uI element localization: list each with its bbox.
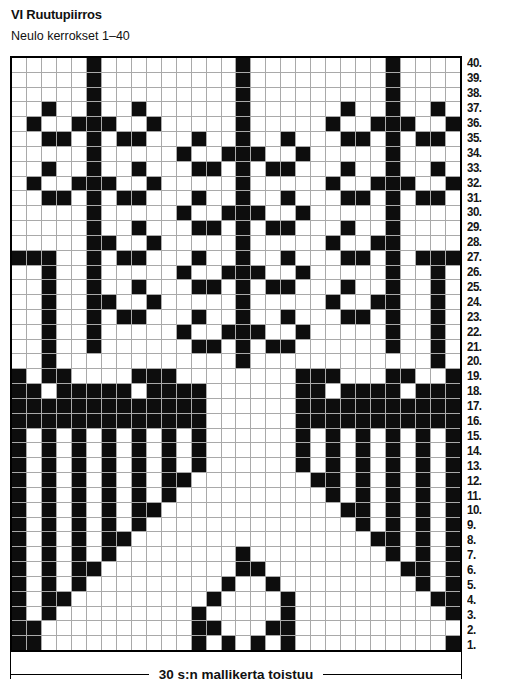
cell-r16c9	[132, 414, 146, 428]
cell-r29c27	[401, 221, 415, 235]
cell-r4c21	[311, 592, 325, 606]
cell-r7c17	[251, 547, 265, 561]
cell-r10c1	[12, 503, 26, 517]
cell-r9c3	[42, 518, 56, 532]
cell-r19c3	[42, 369, 56, 383]
cell-r36c21	[311, 117, 325, 131]
cell-r32c6	[87, 177, 101, 191]
cell-r6c6	[87, 562, 101, 576]
cell-r14c29	[431, 443, 445, 457]
cell-r35c11	[162, 132, 176, 146]
cell-r29c24	[356, 221, 370, 235]
cell-r14c28	[416, 443, 430, 457]
cell-r15c7	[102, 429, 116, 443]
cell-r40c2	[27, 58, 41, 72]
row-label-1: 1.	[467, 637, 504, 652]
cell-r18c25	[371, 384, 385, 398]
cell-r13c19	[281, 458, 295, 472]
cell-r35c13	[192, 132, 206, 146]
cell-r6c1	[12, 562, 26, 576]
cell-r31c24	[356, 191, 370, 205]
cell-r22c11	[162, 325, 176, 339]
cell-r14c16	[236, 443, 250, 457]
row-label-30: 30.	[467, 205, 504, 220]
cell-r13c4	[57, 458, 71, 472]
cell-r19c19	[281, 369, 295, 383]
cell-r1c14	[207, 636, 221, 650]
cell-r22c23	[341, 325, 355, 339]
cell-r39c18	[266, 73, 280, 87]
cell-r21c11	[162, 340, 176, 354]
cell-r3c18	[266, 607, 280, 621]
cell-r32c30	[446, 177, 460, 191]
cell-r34c28	[416, 147, 430, 161]
cell-r14c18	[266, 443, 280, 457]
cell-r29c9	[132, 221, 146, 235]
row-label-31: 31.	[467, 190, 504, 205]
cell-r1c24	[356, 636, 370, 650]
cell-r7c13	[192, 547, 206, 561]
cell-r23c1	[12, 310, 26, 324]
cell-r5c17	[251, 577, 265, 591]
cell-r26c16	[236, 266, 250, 280]
cell-r22c2	[27, 325, 41, 339]
cell-r24c22	[326, 295, 340, 309]
cell-r17c30	[446, 399, 460, 413]
cell-r35c7	[102, 132, 116, 146]
cell-r22c28	[416, 325, 430, 339]
repeat-bracket: 30 s:n mallikerta toistuu	[10, 652, 462, 679]
cell-r27c12	[177, 251, 191, 265]
cell-r19c27	[401, 369, 415, 383]
cell-r7c12	[177, 547, 191, 561]
cell-r35c5	[72, 132, 86, 146]
cell-r14c17	[251, 443, 265, 457]
cell-r24c30	[446, 295, 460, 309]
cell-r24c27	[401, 295, 415, 309]
cell-r6c24	[356, 562, 370, 576]
cell-r4c18	[266, 592, 280, 606]
cell-r3c13	[192, 607, 206, 621]
cell-r25c27	[401, 280, 415, 294]
cell-r26c17	[251, 266, 265, 280]
cell-r1c1	[12, 636, 26, 650]
cell-r25c4	[57, 280, 71, 294]
cell-r10c2	[27, 503, 41, 517]
cell-r12c10	[147, 473, 161, 487]
cell-r17c17	[251, 399, 265, 413]
cell-r25c2	[27, 280, 41, 294]
cell-r18c17	[251, 384, 265, 398]
cell-r34c3	[42, 147, 56, 161]
cell-r37c12	[177, 102, 191, 116]
cell-r16c6	[87, 414, 101, 428]
cell-r20c21	[311, 354, 325, 368]
cell-r32c13	[192, 177, 206, 191]
cell-r34c29	[431, 147, 445, 161]
cell-r37c6	[87, 102, 101, 116]
cell-r30c18	[266, 206, 280, 220]
cell-r27c21	[311, 251, 325, 265]
cell-r29c7	[102, 221, 116, 235]
cell-r35c8	[117, 132, 131, 146]
cell-r24c2	[27, 295, 41, 309]
cell-r40c25	[371, 58, 385, 72]
cell-r18c10	[147, 384, 161, 398]
cell-r36c6	[87, 117, 101, 131]
cell-r20c10	[147, 354, 161, 368]
cell-r2c18	[266, 621, 280, 635]
cell-r31c7	[102, 191, 116, 205]
cell-r9c16	[236, 518, 250, 532]
cell-r16c12	[177, 414, 191, 428]
cell-r31c23	[341, 191, 355, 205]
cell-r8c1	[12, 532, 26, 546]
cell-r5c11	[162, 577, 176, 591]
cell-r17c15	[222, 399, 236, 413]
cell-r12c27	[401, 473, 415, 487]
cell-r27c2	[27, 251, 41, 265]
cell-r1c18	[266, 636, 280, 650]
cell-r38c5	[72, 88, 86, 102]
cell-r30c1	[12, 206, 26, 220]
cell-r21c12	[177, 340, 191, 354]
cell-r21c23	[341, 340, 355, 354]
cell-r35c9	[132, 132, 146, 146]
cell-r9c1	[12, 518, 26, 532]
row-label-25: 25.	[467, 279, 504, 294]
cell-r14c12	[177, 443, 191, 457]
cell-r40c22	[326, 58, 340, 72]
cell-r37c29	[431, 102, 445, 116]
cell-r16c21	[311, 414, 325, 428]
cell-r2c27	[401, 621, 415, 635]
cell-r21c18	[266, 340, 280, 354]
cell-r37c5	[72, 102, 86, 116]
cell-r28c16	[236, 236, 250, 250]
cell-r18c3	[42, 384, 56, 398]
cell-r33c22	[326, 162, 340, 176]
cell-r6c3	[42, 562, 56, 576]
cell-r32c12	[177, 177, 191, 191]
cell-r2c25	[371, 621, 385, 635]
cell-r17c19	[281, 399, 295, 413]
cell-r16c15	[222, 414, 236, 428]
row-label-11: 11.	[467, 488, 504, 503]
cell-r19c11	[162, 369, 176, 383]
cell-r27c22	[326, 251, 340, 265]
cell-r1c11	[162, 636, 176, 650]
cell-r9c8	[117, 518, 131, 532]
cell-r16c2	[27, 414, 41, 428]
cell-r30c25	[371, 206, 385, 220]
cell-r20c7	[102, 354, 116, 368]
cell-r27c8	[117, 251, 131, 265]
cell-r34c25	[371, 147, 385, 161]
cell-r33c26	[386, 162, 400, 176]
cell-r35c20	[296, 132, 310, 146]
cell-r12c23	[341, 473, 355, 487]
cell-r24c3	[42, 295, 56, 309]
cell-r7c14	[207, 547, 221, 561]
cell-r32c4	[57, 177, 71, 191]
cell-r21c9	[132, 340, 146, 354]
cell-r20c2	[27, 354, 41, 368]
cell-r26c19	[281, 266, 295, 280]
cell-r40c9	[132, 58, 146, 72]
cell-r21c4	[57, 340, 71, 354]
cell-r15c16	[236, 429, 250, 443]
cell-r4c12	[177, 592, 191, 606]
cell-r37c8	[117, 102, 131, 116]
cell-r25c12	[177, 280, 191, 294]
cell-r32c26	[386, 177, 400, 191]
cell-r3c4	[57, 607, 71, 621]
row-label-18: 18.	[467, 384, 504, 399]
cell-r5c25	[371, 577, 385, 591]
cell-r37c21	[311, 102, 325, 116]
cell-r3c8	[117, 607, 131, 621]
cell-r7c24	[356, 547, 370, 561]
cell-r9c13	[192, 518, 206, 532]
cell-r22c1	[12, 325, 26, 339]
cell-r33c24	[356, 162, 370, 176]
cell-r35c17	[251, 132, 265, 146]
cell-r30c17	[251, 206, 265, 220]
cell-r25c3	[42, 280, 56, 294]
cell-r21c27	[401, 340, 415, 354]
cell-r2c9	[132, 621, 146, 635]
cell-r2c19	[281, 621, 295, 635]
cell-r18c29	[431, 384, 445, 398]
cell-r28c2	[27, 236, 41, 250]
cell-r39c29	[431, 73, 445, 87]
cell-r40c12	[177, 58, 191, 72]
cell-r38c19	[281, 88, 295, 102]
cell-r7c7	[102, 547, 116, 561]
cell-r7c28	[416, 547, 430, 561]
cell-r6c21	[311, 562, 325, 576]
cell-r25c1	[12, 280, 26, 294]
cell-r24c29	[431, 295, 445, 309]
cell-r6c7	[102, 562, 116, 576]
cell-r26c5	[72, 266, 86, 280]
cell-r3c30	[446, 607, 460, 621]
cell-r36c17	[251, 117, 265, 131]
cell-r4c14	[207, 592, 221, 606]
cell-r34c17	[251, 147, 265, 161]
cell-r21c17	[251, 340, 265, 354]
cell-r32c10	[147, 177, 161, 191]
cell-r38c15	[222, 88, 236, 102]
cell-r25c25	[371, 280, 385, 294]
row-label-33: 33.	[467, 160, 504, 175]
cell-r37c3	[42, 102, 56, 116]
cell-r15c25	[371, 429, 385, 443]
cell-r22c29	[431, 325, 445, 339]
cell-r36c5	[72, 117, 86, 131]
cell-r20c28	[416, 354, 430, 368]
cell-r11c1	[12, 488, 26, 502]
cell-r34c30	[446, 147, 460, 161]
cell-r4c28	[416, 592, 430, 606]
cell-r5c3	[42, 577, 56, 591]
cell-r28c1	[12, 236, 26, 250]
cell-r16c23	[341, 414, 355, 428]
cell-r10c24	[356, 503, 370, 517]
cell-r5c24	[356, 577, 370, 591]
cell-r37c20	[296, 102, 310, 116]
cell-r40c5	[72, 58, 86, 72]
cell-r32c27	[401, 177, 415, 191]
cell-r10c11	[162, 503, 176, 517]
cell-r21c6	[87, 340, 101, 354]
cell-r4c8	[117, 592, 131, 606]
cell-r26c29	[431, 266, 445, 280]
cell-r28c28	[416, 236, 430, 250]
cell-r25c23	[341, 280, 355, 294]
cell-r13c9	[132, 458, 146, 472]
row-label-40: 40.	[467, 56, 504, 71]
row-label-39: 39.	[467, 71, 504, 86]
cell-r12c19	[281, 473, 295, 487]
cell-r5c9	[132, 577, 146, 591]
cell-r10c27	[401, 503, 415, 517]
cell-r10c9	[132, 503, 146, 517]
cell-r1c15	[222, 636, 236, 650]
cell-r32c25	[371, 177, 385, 191]
cell-r33c23	[341, 162, 355, 176]
cell-r31c28	[416, 191, 430, 205]
cell-r6c5	[72, 562, 86, 576]
cell-r14c25	[371, 443, 385, 457]
cell-r11c23	[341, 488, 355, 502]
cell-r13c12	[177, 458, 191, 472]
cell-r33c3	[42, 162, 56, 176]
cell-r24c9	[132, 295, 146, 309]
cell-r4c4	[57, 592, 71, 606]
cell-r3c29	[431, 607, 445, 621]
cell-r28c3	[42, 236, 56, 250]
cell-r27c13	[192, 251, 206, 265]
cell-r29c6	[87, 221, 101, 235]
cell-r24c25	[371, 295, 385, 309]
cell-r8c11	[162, 532, 176, 546]
cell-r29c25	[371, 221, 385, 235]
row-label-15: 15.	[467, 428, 504, 443]
cell-r19c29	[431, 369, 445, 383]
cell-r38c7	[102, 88, 116, 102]
cell-r17c28	[416, 399, 430, 413]
cell-r14c23	[341, 443, 355, 457]
cell-r26c22	[326, 266, 340, 280]
cell-r14c3	[42, 443, 56, 457]
cell-r39c25	[371, 73, 385, 87]
cell-r19c26	[386, 369, 400, 383]
cell-r30c5	[72, 206, 86, 220]
cell-r31c2	[27, 191, 41, 205]
cell-r35c22	[326, 132, 340, 146]
cell-r12c1	[12, 473, 26, 487]
cell-r17c1	[12, 399, 26, 413]
cell-r35c4	[57, 132, 71, 146]
cell-r25c6	[87, 280, 101, 294]
chart-instruction: Neulo kerrokset 1–40	[11, 29, 130, 43]
cell-r8c24	[356, 532, 370, 546]
cell-r28c21	[311, 236, 325, 250]
cell-r22c26	[386, 325, 400, 339]
cell-r28c15	[222, 236, 236, 250]
cell-r17c3	[42, 399, 56, 413]
cell-r8c13	[192, 532, 206, 546]
cell-r18c19	[281, 384, 295, 398]
cell-r4c5	[72, 592, 86, 606]
cell-r13c2	[27, 458, 41, 472]
cell-r13c15	[222, 458, 236, 472]
cell-r33c19	[281, 162, 295, 176]
cell-r37c16	[236, 102, 250, 116]
cell-r23c17	[251, 310, 265, 324]
row-label-36: 36.	[467, 116, 504, 131]
cell-r28c20	[296, 236, 310, 250]
cell-r4c10	[147, 592, 161, 606]
cell-r39c3	[42, 73, 56, 87]
cell-r21c8	[117, 340, 131, 354]
cell-r18c15	[222, 384, 236, 398]
cell-r7c11	[162, 547, 176, 561]
cell-r2c23	[341, 621, 355, 635]
cell-r22c15	[222, 325, 236, 339]
cell-r33c15	[222, 162, 236, 176]
cell-r31c19	[281, 191, 295, 205]
cell-r2c10	[147, 621, 161, 635]
cell-r23c3	[42, 310, 56, 324]
cell-r27c25	[371, 251, 385, 265]
cell-r12c22	[326, 473, 340, 487]
cell-r2c4	[57, 621, 71, 635]
cell-r36c20	[296, 117, 310, 131]
cell-r18c26	[386, 384, 400, 398]
cell-r29c28	[416, 221, 430, 235]
cell-r10c30	[446, 503, 460, 517]
cell-r15c30	[446, 429, 460, 443]
cell-r16c30	[446, 414, 460, 428]
cell-r18c27	[401, 384, 415, 398]
cell-r37c23	[341, 102, 355, 116]
cell-r26c7	[102, 266, 116, 280]
cell-r31c3	[42, 191, 56, 205]
cell-r30c6	[87, 206, 101, 220]
cell-r39c8	[117, 73, 131, 87]
cell-r25c15	[222, 280, 236, 294]
cell-r3c1	[12, 607, 26, 621]
cell-r9c22	[326, 518, 340, 532]
cell-r16c4	[57, 414, 71, 428]
cell-r37c13	[192, 102, 206, 116]
cell-r30c8	[117, 206, 131, 220]
cell-r13c11	[162, 458, 176, 472]
cell-r31c22	[326, 191, 340, 205]
cell-r33c1	[12, 162, 26, 176]
row-label-20: 20.	[467, 354, 504, 369]
cell-r28c6	[87, 236, 101, 250]
cell-r33c12	[177, 162, 191, 176]
cell-r31c1	[12, 191, 26, 205]
cell-r39c21	[311, 73, 325, 87]
cell-r15c14	[207, 429, 221, 443]
cell-r38c4	[57, 88, 71, 102]
cell-r38c27	[401, 88, 415, 102]
